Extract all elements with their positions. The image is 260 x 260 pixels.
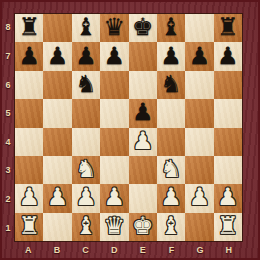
square-e7[interactable] (129, 42, 157, 70)
square-b3[interactable] (43, 156, 71, 184)
piece-white-pawn: ♟ (47, 185, 69, 209)
piece-white-pawn: ♟ (132, 129, 154, 153)
square-d4[interactable] (100, 128, 128, 156)
piece-black-pawn: ♟ (160, 44, 182, 68)
square-e4[interactable]: ♟ (129, 128, 157, 156)
square-c5[interactable] (72, 99, 100, 127)
piece-black-rook: ♜ (18, 15, 40, 39)
square-h2[interactable]: ♟ (214, 184, 242, 212)
square-a5[interactable] (15, 99, 43, 127)
square-a6[interactable] (15, 71, 43, 99)
piece-black-pawn: ♟ (132, 100, 154, 124)
square-h1[interactable]: ♜ (214, 213, 242, 241)
square-b7[interactable]: ♟ (43, 42, 71, 70)
square-f1[interactable]: ♝ (157, 213, 185, 241)
piece-black-pawn: ♟ (18, 44, 40, 68)
square-a4[interactable] (15, 128, 43, 156)
square-d5[interactable] (100, 99, 128, 127)
piece-black-king: ♚ (132, 15, 154, 39)
square-a7[interactable]: ♟ (15, 42, 43, 70)
square-c1[interactable]: ♝ (72, 213, 100, 241)
piece-white-knight: ♞ (75, 157, 97, 181)
square-e6[interactable] (129, 71, 157, 99)
piece-white-pawn: ♟ (104, 185, 126, 209)
square-h7[interactable]: ♟ (214, 42, 242, 70)
square-a2[interactable]: ♟ (15, 184, 43, 212)
piece-white-bishop: ♝ (160, 214, 182, 238)
piece-white-queen: ♛ (104, 214, 126, 238)
square-g8[interactable] (185, 14, 213, 42)
square-d2[interactable]: ♟ (100, 184, 128, 212)
piece-white-rook: ♜ (18, 214, 40, 238)
square-c6[interactable]: ♞ (72, 71, 100, 99)
square-e1[interactable]: ♚ (129, 213, 157, 241)
square-b2[interactable]: ♟ (43, 184, 71, 212)
piece-white-pawn: ♟ (217, 185, 239, 209)
square-e8[interactable]: ♚ (129, 14, 157, 42)
square-g7[interactable]: ♟ (185, 42, 213, 70)
square-c4[interactable] (72, 128, 100, 156)
file-label-e: E (129, 243, 158, 257)
square-d8[interactable]: ♛ (100, 14, 128, 42)
square-g4[interactable] (185, 128, 213, 156)
square-g6[interactable] (185, 71, 213, 99)
rank-label-8: 8 (2, 13, 14, 42)
piece-black-bishop: ♝ (75, 15, 97, 39)
square-d7[interactable]: ♟ (100, 42, 128, 70)
square-d6[interactable] (100, 71, 128, 99)
square-f2[interactable]: ♟ (157, 184, 185, 212)
square-f6[interactable]: ♞ (157, 71, 185, 99)
square-g1[interactable] (185, 213, 213, 241)
square-b1[interactable] (43, 213, 71, 241)
file-label-f: F (157, 243, 186, 257)
piece-black-rook: ♜ (217, 15, 239, 39)
square-f4[interactable] (157, 128, 185, 156)
square-f8[interactable]: ♝ (157, 14, 185, 42)
piece-white-king: ♚ (132, 214, 154, 238)
rank-labels: 87654321 (2, 13, 14, 242)
piece-black-pawn: ♟ (75, 44, 97, 68)
piece-black-pawn: ♟ (104, 44, 126, 68)
file-label-b: B (43, 243, 72, 257)
rank-label-3: 3 (2, 156, 14, 185)
rank-label-4: 4 (2, 128, 14, 157)
square-d3[interactable] (100, 156, 128, 184)
square-h8[interactable]: ♜ (214, 14, 242, 42)
square-f3[interactable]: ♞ (157, 156, 185, 184)
piece-black-bishop: ♝ (160, 15, 182, 39)
square-e2[interactable] (129, 184, 157, 212)
square-h4[interactable] (214, 128, 242, 156)
square-b5[interactable] (43, 99, 71, 127)
square-b4[interactable] (43, 128, 71, 156)
square-f5[interactable] (157, 99, 185, 127)
square-h6[interactable] (214, 71, 242, 99)
square-h5[interactable] (214, 99, 242, 127)
file-label-d: D (100, 243, 129, 257)
piece-white-pawn: ♟ (75, 185, 97, 209)
square-a8[interactable]: ♜ (15, 14, 43, 42)
piece-white-bishop: ♝ (75, 214, 97, 238)
chess-board-frame: 87654321 ♜♝♛♚♝♜♟♟♟♟♟♟♟♞♞♟♟♞♞♟♟♟♟♟♟♟♜♝♛♚♝… (0, 0, 260, 260)
square-g5[interactable] (185, 99, 213, 127)
piece-black-pawn: ♟ (217, 44, 239, 68)
square-a1[interactable]: ♜ (15, 213, 43, 241)
square-c8[interactable]: ♝ (72, 14, 100, 42)
piece-black-pawn: ♟ (47, 44, 69, 68)
piece-black-knight: ♞ (75, 72, 97, 96)
rank-label-1: 1 (2, 213, 14, 242)
piece-white-pawn: ♟ (160, 185, 182, 209)
rank-label-6: 6 (2, 70, 14, 99)
file-label-h: H (214, 243, 243, 257)
square-a3[interactable] (15, 156, 43, 184)
square-d1[interactable]: ♛ (100, 213, 128, 241)
square-c3[interactable]: ♞ (72, 156, 100, 184)
piece-white-pawn: ♟ (18, 185, 40, 209)
piece-black-pawn: ♟ (189, 44, 211, 68)
piece-black-queen: ♛ (104, 15, 126, 39)
piece-white-knight: ♞ (160, 157, 182, 181)
square-b6[interactable] (43, 71, 71, 99)
file-label-g: G (186, 243, 215, 257)
chess-board: ♜♝♛♚♝♜♟♟♟♟♟♟♟♞♞♟♟♞♞♟♟♟♟♟♟♟♜♝♛♚♝♜ (14, 13, 243, 242)
square-h3[interactable] (214, 156, 242, 184)
square-c7[interactable]: ♟ (72, 42, 100, 70)
piece-white-rook: ♜ (217, 214, 239, 238)
square-f7[interactable]: ♟ (157, 42, 185, 70)
rank-label-7: 7 (2, 42, 14, 71)
square-g2[interactable]: ♟ (185, 184, 213, 212)
piece-white-pawn: ♟ (189, 185, 211, 209)
file-label-a: A (14, 243, 43, 257)
rank-label-5: 5 (2, 99, 14, 128)
square-e5[interactable]: ♟ (129, 99, 157, 127)
rank-label-2: 2 (2, 185, 14, 214)
file-label-c: C (71, 243, 100, 257)
piece-black-knight: ♞ (160, 72, 182, 96)
square-b8[interactable] (43, 14, 71, 42)
file-labels: ABCDEFGH (14, 243, 243, 257)
square-e3[interactable] (129, 156, 157, 184)
square-c2[interactable]: ♟ (72, 184, 100, 212)
square-g3[interactable] (185, 156, 213, 184)
